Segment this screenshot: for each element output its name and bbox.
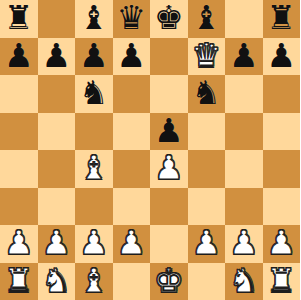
square-d2[interactable]: ♟ [113, 225, 151, 263]
square-c3[interactable] [75, 188, 113, 226]
white-pawn-piece[interactable]: ♟ [191, 226, 221, 259]
square-f2[interactable]: ♟ [188, 225, 226, 263]
white-bishop-piece[interactable]: ♝ [79, 151, 109, 184]
black-pawn-piece[interactable]: ♟ [229, 39, 259, 72]
square-b4[interactable] [38, 150, 76, 188]
square-g8[interactable] [225, 0, 263, 38]
square-a4[interactable] [0, 150, 38, 188]
square-e7[interactable] [150, 38, 188, 76]
square-b7[interactable]: ♟ [38, 38, 76, 76]
square-a7[interactable]: ♟ [0, 38, 38, 76]
square-h3[interactable] [263, 188, 301, 226]
square-h6[interactable] [263, 75, 301, 113]
black-knight-piece[interactable]: ♞ [79, 76, 109, 109]
square-h1[interactable]: ♜ [263, 263, 301, 300]
square-e5[interactable]: ♟ [150, 113, 188, 151]
square-e4[interactable]: ♟ [150, 150, 188, 188]
square-h2[interactable]: ♟ [263, 225, 301, 263]
square-f6[interactable]: ♞ [188, 75, 226, 113]
square-c6[interactable]: ♞ [75, 75, 113, 113]
white-pawn-piece[interactable]: ♟ [79, 226, 109, 259]
square-h8[interactable]: ♜ [263, 0, 301, 38]
square-e8[interactable]: ♚ [150, 0, 188, 38]
square-a8[interactable]: ♜ [0, 0, 38, 38]
white-rook-piece[interactable]: ♜ [4, 264, 34, 297]
square-g2[interactable]: ♟ [225, 225, 263, 263]
black-bishop-piece[interactable]: ♝ [191, 1, 221, 34]
white-king-piece[interactable]: ♚ [154, 264, 184, 297]
black-pawn-piece[interactable]: ♟ [4, 39, 34, 72]
black-pawn-piece[interactable]: ♟ [79, 39, 109, 72]
black-rook-piece[interactable]: ♜ [266, 1, 296, 34]
square-c1[interactable]: ♝ [75, 263, 113, 300]
square-c8[interactable]: ♝ [75, 0, 113, 38]
square-e1[interactable]: ♚ [150, 263, 188, 300]
white-pawn-piece[interactable]: ♟ [154, 151, 184, 184]
square-f3[interactable] [188, 188, 226, 226]
black-pawn-piece[interactable]: ♟ [116, 39, 146, 72]
white-rook-piece[interactable]: ♜ [266, 264, 296, 297]
black-king-piece[interactable]: ♚ [154, 1, 184, 34]
square-g5[interactable] [225, 113, 263, 151]
white-pawn-piece[interactable]: ♟ [116, 226, 146, 259]
black-bishop-piece[interactable]: ♝ [79, 1, 109, 34]
square-a1[interactable]: ♜ [0, 263, 38, 300]
square-a5[interactable] [0, 113, 38, 151]
square-d6[interactable] [113, 75, 151, 113]
square-e6[interactable] [150, 75, 188, 113]
square-g3[interactable] [225, 188, 263, 226]
black-knight-piece[interactable]: ♞ [191, 76, 221, 109]
white-pawn-piece[interactable]: ♟ [4, 226, 34, 259]
square-c5[interactable] [75, 113, 113, 151]
square-c4[interactable]: ♝ [75, 150, 113, 188]
black-pawn-piece[interactable]: ♟ [41, 39, 71, 72]
white-bishop-piece[interactable]: ♝ [79, 264, 109, 297]
square-f1[interactable] [188, 263, 226, 300]
black-pawn-piece[interactable]: ♟ [154, 114, 184, 147]
square-h7[interactable]: ♟ [263, 38, 301, 76]
square-g4[interactable] [225, 150, 263, 188]
square-f4[interactable] [188, 150, 226, 188]
square-d1[interactable] [113, 263, 151, 300]
white-knight-piece[interactable]: ♞ [41, 264, 71, 297]
square-d4[interactable] [113, 150, 151, 188]
square-b8[interactable] [38, 0, 76, 38]
square-f8[interactable]: ♝ [188, 0, 226, 38]
white-pawn-piece[interactable]: ♟ [41, 226, 71, 259]
square-d8[interactable]: ♛ [113, 0, 151, 38]
square-b6[interactable] [38, 75, 76, 113]
square-g1[interactable]: ♞ [225, 263, 263, 300]
white-queen-piece[interactable]: ♛ [191, 39, 221, 72]
black-queen-piece[interactable]: ♛ [116, 1, 146, 34]
square-a3[interactable] [0, 188, 38, 226]
square-f5[interactable] [188, 113, 226, 151]
square-a2[interactable]: ♟ [0, 225, 38, 263]
square-d5[interactable] [113, 113, 151, 151]
square-g7[interactable]: ♟ [225, 38, 263, 76]
square-e2[interactable] [150, 225, 188, 263]
white-pawn-piece[interactable]: ♟ [266, 226, 296, 259]
square-d7[interactable]: ♟ [113, 38, 151, 76]
square-d3[interactable] [113, 188, 151, 226]
square-h5[interactable] [263, 113, 301, 151]
square-b2[interactable]: ♟ [38, 225, 76, 263]
square-b1[interactable]: ♞ [38, 263, 76, 300]
square-g6[interactable] [225, 75, 263, 113]
square-c2[interactable]: ♟ [75, 225, 113, 263]
square-h4[interactable] [263, 150, 301, 188]
white-knight-piece[interactable]: ♞ [229, 264, 259, 297]
square-b5[interactable] [38, 113, 76, 151]
square-e3[interactable] [150, 188, 188, 226]
chess-board: ♜♝♛♚♝♜♟♟♟♟♛♟♟♞♞♟♝♟♟♟♟♟♟♟♟♜♞♝♚♞♜ [0, 0, 300, 300]
white-pawn-piece[interactable]: ♟ [229, 226, 259, 259]
black-pawn-piece[interactable]: ♟ [266, 39, 296, 72]
square-a6[interactable] [0, 75, 38, 113]
square-f7[interactable]: ♛ [188, 38, 226, 76]
black-rook-piece[interactable]: ♜ [4, 1, 34, 34]
square-b3[interactable] [38, 188, 76, 226]
square-c7[interactable]: ♟ [75, 38, 113, 76]
